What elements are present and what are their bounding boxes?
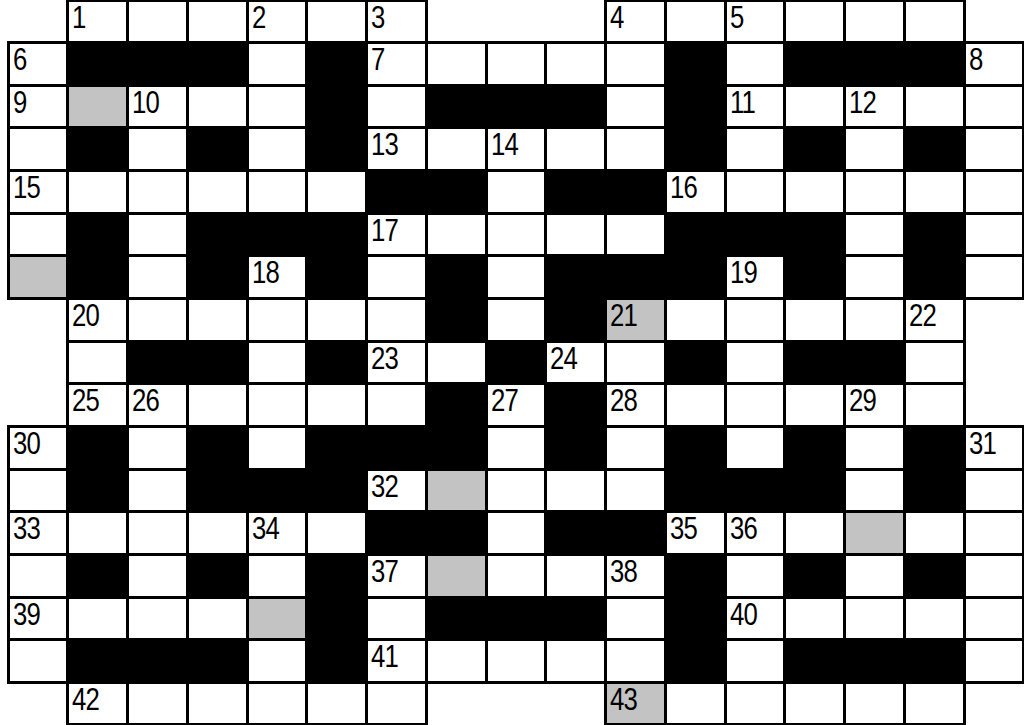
- black-cell-r1c11: [664, 41, 727, 87]
- white-cell-r3c2[interactable]: [126, 126, 189, 172]
- white-cell-r12c1[interactable]: [66, 510, 129, 556]
- clue-number-36: 36: [730, 513, 757, 544]
- black-cell-r10c5: [305, 425, 368, 471]
- white-cell-r2c12[interactable]: 11: [724, 84, 787, 130]
- black-cell-r14c11: [664, 596, 727, 642]
- white-cell-r11c0[interactable]: [7, 468, 70, 514]
- white-cell-r8c1[interactable]: [66, 340, 129, 386]
- black-cell-r6c1: [66, 254, 129, 300]
- white-cell-r1c6[interactable]: 7: [365, 41, 428, 87]
- white-cell-r10c8[interactable]: [485, 425, 548, 471]
- black-cell-r10c7: [425, 425, 488, 471]
- clue-number-19: 19: [730, 257, 757, 288]
- white-cell-r4c2[interactable]: [126, 169, 189, 215]
- gray-cell-r14c4[interactable]: [246, 596, 309, 642]
- white-cell-r16c6[interactable]: [365, 681, 428, 725]
- clue-number-30: 30: [13, 428, 40, 459]
- clue-number-23: 23: [371, 343, 398, 374]
- white-cell-r12c2[interactable]: [126, 510, 189, 556]
- black-cell-r15c5: [305, 638, 368, 684]
- white-cell-r14c16[interactable]: [963, 596, 1024, 642]
- white-cell-r2c14[interactable]: 12: [843, 84, 906, 130]
- black-cell-r6c13: [783, 254, 846, 300]
- black-cell-r15c11: [664, 638, 727, 684]
- white-cell-r1c0[interactable]: 6: [7, 41, 70, 87]
- white-cell-r0c15[interactable]: [903, 0, 966, 44]
- white-cell-r7c6[interactable]: [365, 297, 428, 343]
- white-cell-r16c2[interactable]: [126, 681, 189, 725]
- white-cell-r0c12[interactable]: 5: [724, 0, 787, 44]
- white-cell-r6c4[interactable]: 18: [246, 254, 309, 300]
- white-cell-r11c16[interactable]: [963, 468, 1024, 514]
- white-cell-r10c12[interactable]: [724, 425, 787, 471]
- black-cell-r13c1: [66, 553, 129, 599]
- white-cell-r3c12[interactable]: [724, 126, 787, 172]
- white-cell-r12c16[interactable]: [963, 510, 1024, 556]
- white-cell-r5c14[interactable]: [843, 212, 906, 258]
- clue-number-17: 17: [371, 215, 398, 246]
- white-cell-r14c0[interactable]: 39: [7, 596, 70, 642]
- gray-cell-r7c10[interactable]: 21: [604, 297, 667, 343]
- clue-number-41: 41: [371, 641, 398, 672]
- black-cell-r9c9: [544, 382, 607, 428]
- white-cell-r15c9[interactable]: [544, 638, 607, 684]
- black-cell-r3c1: [66, 126, 129, 172]
- white-cell-r4c1[interactable]: [66, 169, 129, 215]
- white-cell-r7c14[interactable]: [843, 297, 906, 343]
- white-cell-r7c1[interactable]: 20: [66, 297, 129, 343]
- white-cell-r5c0[interactable]: [7, 212, 70, 258]
- white-cell-r4c8[interactable]: [485, 169, 548, 215]
- clue-number-21: 21: [610, 300, 637, 331]
- black-cell-r14c8: [485, 596, 548, 642]
- clue-number-18: 18: [252, 257, 279, 288]
- white-cell-r2c15[interactable]: [903, 84, 966, 130]
- black-cell-r6c10: [604, 254, 667, 300]
- white-cell-r0c4[interactable]: 2: [246, 0, 309, 44]
- white-cell-r14c10[interactable]: [604, 596, 667, 642]
- white-cell-r12c15[interactable]: [903, 510, 966, 556]
- white-cell-r7c4[interactable]: [246, 297, 309, 343]
- white-cell-r12c0[interactable]: 33: [7, 510, 70, 556]
- white-cell-r3c14[interactable]: [843, 126, 906, 172]
- black-cell-r6c15: [903, 254, 966, 300]
- white-cell-r9c12[interactable]: [724, 382, 787, 428]
- gray-cell-r2c1[interactable]: [66, 84, 129, 130]
- clue-number-32: 32: [371, 471, 398, 502]
- black-cell-r9c7: [425, 382, 488, 428]
- white-cell-r10c16[interactable]: 31: [963, 425, 1024, 471]
- white-cell-r2c4[interactable]: [246, 84, 309, 130]
- white-cell-r4c3[interactable]: [186, 169, 249, 215]
- black-cell-r3c13: [783, 126, 846, 172]
- white-cell-r7c15[interactable]: 22: [903, 297, 966, 343]
- white-cell-r1c4[interactable]: [246, 41, 309, 87]
- black-cell-r3c5: [305, 126, 368, 172]
- white-cell-r12c13[interactable]: [783, 510, 846, 556]
- clue-number-11: 11: [730, 87, 755, 118]
- white-cell-r0c14[interactable]: [843, 0, 906, 44]
- white-cell-r8c9[interactable]: 24: [544, 340, 607, 386]
- white-cell-r14c13[interactable]: [783, 596, 846, 642]
- gray-cell-r6c0[interactable]: [7, 254, 70, 300]
- white-cell-r1c10[interactable]: [604, 41, 667, 87]
- clue-number-15: 15: [13, 172, 40, 203]
- black-cell-r13c13: [783, 553, 846, 599]
- white-cell-r0c6[interactable]: 3: [365, 0, 428, 44]
- white-cell-r0c3[interactable]: [186, 0, 249, 44]
- white-cell-r8c12[interactable]: [724, 340, 787, 386]
- white-cell-r3c0[interactable]: [7, 126, 70, 172]
- clue-number-9: 9: [13, 87, 26, 118]
- black-cell-r15c15: [903, 638, 966, 684]
- white-cell-r2c2[interactable]: 10: [126, 84, 189, 130]
- white-cell-r3c8[interactable]: 14: [485, 126, 548, 172]
- white-cell-r13c10[interactable]: 38: [604, 553, 667, 599]
- white-cell-r8c10[interactable]: [604, 340, 667, 386]
- black-cell-r15c3: [186, 638, 249, 684]
- white-cell-r13c4[interactable]: [246, 553, 309, 599]
- black-cell-r4c7: [425, 169, 488, 215]
- black-cell-r10c1: [66, 425, 129, 471]
- black-cell-r2c11: [664, 84, 727, 130]
- clue-number-5: 5: [730, 2, 743, 33]
- white-cell-r16c11[interactable]: [664, 681, 727, 725]
- clue-number-38: 38: [610, 556, 637, 587]
- white-cell-r12c5[interactable]: [305, 510, 368, 556]
- white-cell-r15c8[interactable]: [485, 638, 548, 684]
- black-cell-r8c5: [305, 340, 368, 386]
- white-cell-r7c12[interactable]: [724, 297, 787, 343]
- black-cell-r14c9: [544, 596, 607, 642]
- clue-number-26: 26: [132, 385, 159, 416]
- white-cell-r1c9[interactable]: [544, 41, 607, 87]
- white-cell-r6c12[interactable]: 19: [724, 254, 787, 300]
- white-cell-r4c14[interactable]: [843, 169, 906, 215]
- white-cell-r4c5[interactable]: [305, 169, 368, 215]
- black-cell-r1c15: [903, 41, 966, 87]
- white-cell-r10c4[interactable]: [246, 425, 309, 471]
- white-cell-r15c12[interactable]: [724, 638, 787, 684]
- white-cell-r2c6[interactable]: [365, 84, 428, 130]
- white-cell-r12c11[interactable]: 35: [664, 510, 727, 556]
- clue-number-31: 31: [969, 428, 996, 459]
- white-cell-r14c14[interactable]: [843, 596, 906, 642]
- white-cell-r0c5[interactable]: [305, 0, 368, 44]
- white-cell-r1c7[interactable]: [425, 41, 488, 87]
- white-cell-r14c12[interactable]: 40: [724, 596, 787, 642]
- white-cell-r3c6[interactable]: 13: [365, 126, 428, 172]
- white-cell-r3c16[interactable]: [963, 126, 1024, 172]
- black-cell-r1c1: [66, 41, 129, 87]
- black-cell-r3c15: [903, 126, 966, 172]
- black-cell-r10c6: [365, 425, 428, 471]
- white-cell-r10c0[interactable]: 30: [7, 425, 70, 471]
- white-cell-r7c8[interactable]: [485, 297, 548, 343]
- black-cell-r10c3: [186, 425, 249, 471]
- clue-number-3: 3: [371, 2, 384, 33]
- white-cell-r15c0[interactable]: [7, 638, 70, 684]
- black-cell-r6c7: [425, 254, 488, 300]
- white-cell-r4c4[interactable]: [246, 169, 309, 215]
- white-cell-r7c11[interactable]: [664, 297, 727, 343]
- white-cell-r9c15[interactable]: [903, 382, 966, 428]
- white-cell-r2c16[interactable]: [963, 84, 1024, 130]
- white-cell-r5c9[interactable]: [544, 212, 607, 258]
- white-cell-r14c15[interactable]: [903, 596, 966, 642]
- white-cell-r8c7[interactable]: [425, 340, 488, 386]
- white-cell-r13c2[interactable]: [126, 553, 189, 599]
- black-cell-r12c6: [365, 510, 428, 556]
- white-cell-r0c10[interactable]: 4: [604, 0, 667, 44]
- black-cell-r1c3: [186, 41, 249, 87]
- white-cell-r9c5[interactable]: [305, 382, 368, 428]
- white-cell-r4c0[interactable]: 15: [7, 169, 70, 215]
- black-cell-r2c8: [485, 84, 548, 130]
- white-cell-r14c6[interactable]: [365, 596, 428, 642]
- white-cell-r15c7[interactable]: [425, 638, 488, 684]
- white-cell-r11c6[interactable]: 32: [365, 468, 428, 514]
- white-cell-r11c2[interactable]: [126, 468, 189, 514]
- white-cell-r11c10[interactable]: [604, 468, 667, 514]
- white-cell-r10c10[interactable]: [604, 425, 667, 471]
- black-cell-r6c9: [544, 254, 607, 300]
- clue-number-13: 13: [371, 129, 398, 160]
- white-cell-r3c7[interactable]: [425, 126, 488, 172]
- white-cell-r16c12[interactable]: [724, 681, 787, 725]
- clue-number-1: 1: [72, 2, 85, 33]
- white-cell-r7c3[interactable]: [186, 297, 249, 343]
- clue-number-29: 29: [849, 385, 876, 416]
- black-cell-r5c3: [186, 212, 249, 258]
- black-cell-r5c12: [724, 212, 787, 258]
- white-cell-r16c1[interactable]: 42: [66, 681, 129, 725]
- black-cell-r11c5: [305, 468, 368, 514]
- black-cell-r15c1: [66, 638, 129, 684]
- white-cell-r9c4[interactable]: [246, 382, 309, 428]
- white-cell-r9c13[interactable]: [783, 382, 846, 428]
- clue-number-14: 14: [491, 129, 518, 160]
- black-cell-r15c2: [126, 638, 189, 684]
- white-cell-r7c13[interactable]: [783, 297, 846, 343]
- black-cell-r12c7: [425, 510, 488, 556]
- black-cell-r14c5: [305, 596, 368, 642]
- black-cell-r2c5: [305, 84, 368, 130]
- white-cell-r7c2[interactable]: [126, 297, 189, 343]
- white-cell-r6c16[interactable]: [963, 254, 1024, 300]
- gray-cell-r13c7[interactable]: [425, 553, 488, 599]
- white-cell-r15c4[interactable]: [246, 638, 309, 684]
- black-cell-r11c12: [724, 468, 787, 514]
- black-cell-r4c10: [604, 169, 667, 215]
- white-cell-r9c11[interactable]: [664, 382, 727, 428]
- white-cell-r1c8[interactable]: [485, 41, 548, 87]
- clue-number-35: 35: [670, 513, 697, 544]
- clue-number-37: 37: [371, 556, 398, 587]
- clue-number-12: 12: [849, 87, 876, 118]
- white-cell-r0c1[interactable]: 1: [66, 0, 129, 44]
- white-cell-r12c4[interactable]: 34: [246, 510, 309, 556]
- white-cell-r9c2[interactable]: 26: [126, 382, 189, 428]
- black-cell-r10c15: [903, 425, 966, 471]
- black-cell-r5c5: [305, 212, 368, 258]
- white-cell-r8c6[interactable]: 23: [365, 340, 428, 386]
- black-cell-r11c4: [246, 468, 309, 514]
- white-cell-r5c10[interactable]: [604, 212, 667, 258]
- clue-number-4: 4: [610, 2, 623, 33]
- clue-number-27: 27: [491, 385, 518, 416]
- white-cell-r11c9[interactable]: [544, 468, 607, 514]
- white-cell-r8c4[interactable]: [246, 340, 309, 386]
- white-cell-r15c6[interactable]: 41: [365, 638, 428, 684]
- clue-number-33: 33: [13, 513, 40, 544]
- black-cell-r3c11: [664, 126, 727, 172]
- black-cell-r10c9: [544, 425, 607, 471]
- white-cell-r3c4[interactable]: [246, 126, 309, 172]
- gray-cell-r16c10[interactable]: 43: [604, 681, 667, 725]
- black-cell-r8c8: [485, 340, 548, 386]
- white-cell-r2c3[interactable]: [186, 84, 249, 130]
- white-cell-r14c3[interactable]: [186, 596, 249, 642]
- black-cell-r8c3: [186, 340, 249, 386]
- black-cell-r15c14: [843, 638, 906, 684]
- black-cell-r14c7: [425, 596, 488, 642]
- white-cell-r11c14[interactable]: [843, 468, 906, 514]
- white-cell-r14c2[interactable]: [126, 596, 189, 642]
- white-cell-r3c9[interactable]: [544, 126, 607, 172]
- black-cell-r10c11: [664, 425, 727, 471]
- white-cell-r13c8[interactable]: [485, 553, 548, 599]
- clue-number-40: 40: [730, 599, 757, 630]
- black-cell-r6c11: [664, 254, 727, 300]
- clue-number-2: 2: [252, 2, 265, 33]
- white-cell-r4c15[interactable]: [903, 169, 966, 215]
- black-cell-r1c14: [843, 41, 906, 87]
- black-cell-r4c9: [544, 169, 607, 215]
- clue-number-7: 7: [371, 44, 384, 75]
- white-cell-r14c1[interactable]: [66, 596, 129, 642]
- white-cell-r12c12[interactable]: 36: [724, 510, 787, 556]
- white-cell-r5c6[interactable]: 17: [365, 212, 428, 258]
- white-cell-r2c0[interactable]: 9: [7, 84, 70, 130]
- white-cell-r9c8[interactable]: 27: [485, 382, 548, 428]
- white-cell-r15c10[interactable]: [604, 638, 667, 684]
- white-cell-r1c12[interactable]: [724, 41, 787, 87]
- black-cell-r10c13: [783, 425, 846, 471]
- black-cell-r1c2: [126, 41, 189, 87]
- black-cell-r5c15: [903, 212, 966, 258]
- black-cell-r11c1: [66, 468, 129, 514]
- white-cell-r5c7[interactable]: [425, 212, 488, 258]
- white-cell-r10c2[interactable]: [126, 425, 189, 471]
- black-cell-r3c3: [186, 126, 249, 172]
- white-cell-r6c6[interactable]: [365, 254, 428, 300]
- black-cell-r1c13: [783, 41, 846, 87]
- clue-number-24: 24: [550, 343, 577, 374]
- black-cell-r2c7: [425, 84, 488, 130]
- black-cell-r1c5: [305, 41, 368, 87]
- black-cell-r11c3: [186, 468, 249, 514]
- white-cell-r9c10[interactable]: 28: [604, 382, 667, 428]
- gray-cell-r11c7[interactable]: [425, 468, 488, 514]
- clue-number-43: 43: [610, 684, 637, 715]
- white-cell-r16c13[interactable]: [783, 681, 846, 725]
- white-cell-r9c3[interactable]: [186, 382, 249, 428]
- black-cell-r13c3: [186, 553, 249, 599]
- white-cell-r12c8[interactable]: [485, 510, 548, 556]
- black-cell-r2c9: [544, 84, 607, 130]
- white-cell-r12c3[interactable]: [186, 510, 249, 556]
- black-cell-r13c5: [305, 553, 368, 599]
- white-cell-r4c12[interactable]: [724, 169, 787, 215]
- white-cell-r1c16[interactable]: 8: [963, 41, 1024, 87]
- white-cell-r5c16[interactable]: [963, 212, 1024, 258]
- white-cell-r9c14[interactable]: 29: [843, 382, 906, 428]
- white-cell-r6c8[interactable]: [485, 254, 548, 300]
- white-cell-r2c13[interactable]: [783, 84, 846, 130]
- black-cell-r7c7: [425, 297, 488, 343]
- black-cell-r5c4: [246, 212, 309, 258]
- black-cell-r5c13: [783, 212, 846, 258]
- white-cell-r16c15[interactable]: [903, 681, 966, 725]
- white-cell-r7c5[interactable]: [305, 297, 368, 343]
- white-cell-r16c5[interactable]: [305, 681, 368, 725]
- white-cell-r0c13[interactable]: [783, 0, 846, 44]
- white-cell-r13c16[interactable]: [963, 553, 1024, 599]
- white-cell-r9c1[interactable]: 25: [66, 382, 129, 428]
- black-cell-r8c14: [843, 340, 906, 386]
- white-cell-r4c13[interactable]: [783, 169, 846, 215]
- white-cell-r13c0[interactable]: [7, 553, 70, 599]
- white-cell-r16c3[interactable]: [186, 681, 249, 725]
- black-cell-r5c1: [66, 212, 129, 258]
- black-cell-r7c9: [544, 297, 607, 343]
- white-cell-r9c6[interactable]: [365, 382, 428, 428]
- black-cell-r6c3: [186, 254, 249, 300]
- white-cell-r4c16[interactable]: [963, 169, 1024, 215]
- white-cell-r0c11[interactable]: [664, 0, 727, 44]
- white-cell-r3c10[interactable]: [604, 126, 667, 172]
- white-cell-r5c8[interactable]: [485, 212, 548, 258]
- white-cell-r13c14[interactable]: [843, 553, 906, 599]
- white-cell-r8c15[interactable]: [903, 340, 966, 386]
- white-cell-r2c10[interactable]: [604, 84, 667, 130]
- black-cell-r5c11: [664, 212, 727, 258]
- clue-number-16: 16: [670, 172, 697, 203]
- white-cell-r16c4[interactable]: [246, 681, 309, 725]
- white-cell-r13c6[interactable]: 37: [365, 553, 428, 599]
- clue-number-42: 42: [72, 684, 99, 715]
- white-cell-r5c2[interactable]: [126, 212, 189, 258]
- white-cell-r16c14[interactable]: [843, 681, 906, 725]
- white-cell-r6c2[interactable]: [126, 254, 189, 300]
- black-cell-r8c13: [783, 340, 846, 386]
- white-cell-r0c2[interactable]: [126, 0, 189, 44]
- white-cell-r13c9[interactable]: [544, 553, 607, 599]
- black-cell-r8c11: [664, 340, 727, 386]
- white-cell-r15c16[interactable]: [963, 638, 1024, 684]
- gray-cell-r12c14[interactable]: [843, 510, 906, 556]
- black-cell-r6c5: [305, 254, 368, 300]
- white-cell-r11c8[interactable]: [485, 468, 548, 514]
- clue-number-22: 22: [909, 300, 936, 331]
- clue-number-25: 25: [72, 385, 99, 416]
- white-cell-r6c14[interactable]: [843, 254, 906, 300]
- clue-number-34: 34: [252, 513, 279, 544]
- white-cell-r10c14[interactable]: [843, 425, 906, 471]
- white-cell-r4c11[interactable]: 16: [664, 169, 727, 215]
- white-cell-r13c12[interactable]: [724, 553, 787, 599]
